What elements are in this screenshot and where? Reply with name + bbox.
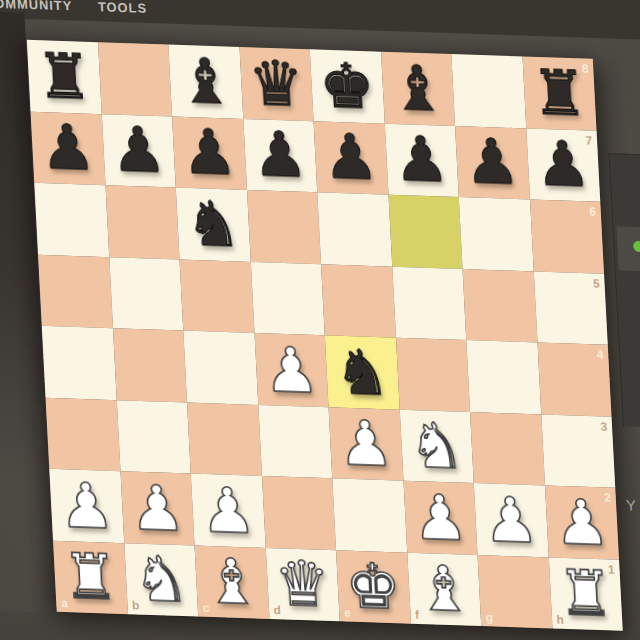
square-f1[interactable]: ♝f [407,552,481,626]
white-pawn-c2[interactable]: ♟ [191,474,265,548]
square-f4[interactable] [396,338,470,412]
square-d1[interactable]: ♛d [265,547,339,621]
square-c6[interactable]: ♞ [176,188,250,262]
square-h8[interactable]: ♜8 [522,56,596,130]
square-a3[interactable] [46,397,120,471]
square-a2[interactable]: ♟ [49,469,123,543]
square-g1[interactable]: g [478,555,552,629]
white-pawn-f2[interactable]: ♟ [403,481,477,555]
black-bishop-f8[interactable]: ♝ [381,52,455,126]
square-b7[interactable]: ♟ [101,114,175,188]
black-pawn-d7[interactable]: ♟ [243,118,317,192]
square-b8[interactable] [98,42,172,116]
rank-label-4: 4 [596,348,603,360]
black-king-e8[interactable]: ♚ [310,49,384,123]
nav-item-tools[interactable]: TOOLS [98,0,148,16]
rank-label-3: 3 [600,420,607,432]
square-e1[interactable]: ♚e [336,550,410,624]
black-bishop-c8[interactable]: ♝ [168,45,242,119]
square-d5[interactable] [250,261,324,335]
square-f3[interactable]: ♞ [399,409,473,483]
square-d6[interactable] [247,190,321,264]
square-b4[interactable] [113,328,187,402]
online-indicator-dot [633,241,640,252]
white-rook-a1[interactable]: ♜ [53,540,127,614]
rank-label-6: 6 [589,205,596,217]
square-h3[interactable]: 3 [541,414,615,488]
square-f7[interactable]: ♟ [384,123,458,197]
white-knight-f3[interactable]: ♞ [399,409,473,483]
square-f6[interactable] [388,195,462,269]
tilted-page: WATCH COMMUNITY TOOLS ♜♝♛♚♝♜8♟♟♟♟♟♟♟♟7♞6… [0,0,640,640]
square-h4[interactable]: 4 [537,342,611,416]
square-e3[interactable]: ♟ [329,407,403,481]
white-rook-h1[interactable]: ♜ [548,557,622,631]
square-d2[interactable] [262,476,336,550]
square-h6[interactable]: 6 [530,199,604,273]
square-c2[interactable]: ♟ [191,474,265,548]
white-bishop-c1[interactable]: ♝ [195,545,269,619]
square-d3[interactable] [258,404,332,478]
square-b1[interactable]: ♞b [124,543,198,617]
square-a4[interactable] [42,326,116,400]
white-pawn-h2[interactable]: ♟ [545,485,619,559]
square-g5[interactable] [463,269,537,343]
square-f5[interactable] [392,266,466,340]
file-label-g: g [485,611,493,623]
square-g3[interactable] [470,412,544,486]
square-f2[interactable]: ♟ [403,481,477,555]
white-pawn-a2[interactable]: ♟ [49,469,123,543]
square-e8[interactable]: ♚ [310,49,384,123]
square-e6[interactable] [317,192,391,266]
side-panel-card [616,226,640,275]
square-c5[interactable] [180,259,254,333]
square-c7[interactable]: ♟ [172,116,246,190]
side-panel-cut-text: Y [626,496,637,513]
square-h7[interactable]: ♟7 [526,128,600,202]
square-c1[interactable]: ♝c [195,545,269,619]
square-a1[interactable]: ♜a [53,540,127,614]
white-bishop-f1[interactable]: ♝ [407,552,481,626]
black-rook-h8[interactable]: ♜ [522,56,596,130]
white-king-e1[interactable]: ♚ [336,550,410,624]
app-screen: WATCH COMMUNITY TOOLS ♜♝♛♚♝♜8♟♟♟♟♟♟♟♟7♞6… [0,0,640,640]
square-a8[interactable]: ♜ [27,40,101,114]
square-e7[interactable]: ♟ [314,121,388,195]
black-pawn-b7[interactable]: ♟ [101,114,175,188]
square-a5[interactable] [38,254,112,328]
square-b5[interactable] [109,257,183,331]
black-pawn-c7[interactable]: ♟ [172,116,246,190]
square-e4[interactable]: ♞ [325,335,399,409]
square-e2[interactable] [332,478,406,552]
square-g2[interactable]: ♟ [474,483,548,557]
chess-board[interactable]: ♜♝♛♚♝♜8♟♟♟♟♟♟♟♟7♞65♟♞4♟♞3♟♟♟♟♟♟2♜a♞b♝c♛d… [27,40,623,631]
rank-label-5: 5 [593,277,600,289]
square-h5[interactable]: 5 [533,271,607,345]
square-h1[interactable]: ♜1h [548,557,622,631]
square-c3[interactable] [187,402,261,476]
square-c4[interactable] [183,331,257,405]
square-g8[interactable] [451,54,525,128]
square-f8[interactable]: ♝ [381,52,455,126]
white-pawn-b2[interactable]: ♟ [120,471,194,545]
square-g6[interactable] [459,197,533,271]
black-knight-c6[interactable]: ♞ [176,188,250,262]
black-pawn-f7[interactable]: ♟ [384,123,458,197]
square-d8[interactable]: ♛ [239,47,313,121]
black-pawn-g7[interactable]: ♟ [455,126,529,200]
square-b2[interactable]: ♟ [120,471,194,545]
square-h2[interactable]: ♟2 [545,485,619,559]
square-c8[interactable]: ♝ [168,45,242,119]
black-pawn-e7[interactable]: ♟ [314,121,388,195]
white-knight-b1[interactable]: ♞ [124,543,198,617]
square-a6[interactable] [34,183,108,257]
white-pawn-e3[interactable]: ♟ [329,407,403,481]
square-a7[interactable]: ♟ [31,111,105,185]
square-b3[interactable] [116,400,190,474]
white-pawn-g2[interactable]: ♟ [474,483,548,557]
square-d4[interactable]: ♟ [254,333,328,407]
white-pawn-d4[interactable]: ♟ [254,333,328,407]
black-knight-e4[interactable]: ♞ [325,335,399,409]
square-g7[interactable]: ♟ [455,126,529,200]
square-e5[interactable] [321,264,395,338]
black-pawn-h7[interactable]: ♟ [526,128,600,202]
black-queen-d8[interactable]: ♛ [239,47,313,121]
black-pawn-a7[interactable]: ♟ [31,111,105,185]
square-b6[interactable] [105,185,179,259]
square-g4[interactable] [466,340,540,414]
square-d7[interactable]: ♟ [243,118,317,192]
white-queen-d1[interactable]: ♛ [265,547,339,621]
black-rook-a8[interactable]: ♜ [27,40,101,114]
